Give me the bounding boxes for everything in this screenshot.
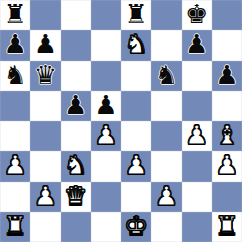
piece-black-pawn-h6: ♟ bbox=[215, 62, 238, 88]
chess-board-wrap: ♜♜♚♟♟♞♟♞♛♞♟♟♟♟♟♝♟♞♟♟♟♛♟♜♚♜ bbox=[0, 0, 242, 242]
piece-white-knight-e7: ♞ bbox=[124, 31, 147, 57]
square-h8[interactable] bbox=[212, 0, 242, 30]
piece-white-knight-c3: ♞ bbox=[64, 152, 87, 178]
square-a4[interactable] bbox=[0, 121, 30, 151]
square-c7[interactable] bbox=[61, 30, 91, 60]
square-h2[interactable] bbox=[212, 182, 242, 212]
square-f2[interactable]: ♟ bbox=[151, 182, 181, 212]
square-e1[interactable]: ♚ bbox=[121, 212, 151, 242]
piece-black-pawn-b7: ♟ bbox=[34, 31, 57, 57]
piece-white-king-e1: ♚ bbox=[124, 213, 147, 239]
square-a6[interactable]: ♞ bbox=[0, 61, 30, 91]
square-h7[interactable] bbox=[212, 30, 242, 60]
square-d6[interactable] bbox=[91, 61, 121, 91]
square-g3[interactable] bbox=[182, 151, 212, 181]
square-g2[interactable] bbox=[182, 182, 212, 212]
square-d2[interactable] bbox=[91, 182, 121, 212]
piece-white-rook-a1: ♜ bbox=[3, 213, 26, 239]
square-a8[interactable]: ♜ bbox=[0, 0, 30, 30]
square-c1[interactable] bbox=[61, 212, 91, 242]
piece-black-rook-a8: ♜ bbox=[3, 1, 26, 27]
square-d8[interactable] bbox=[91, 0, 121, 30]
piece-white-pawn-h3: ♟ bbox=[215, 152, 238, 178]
square-e3[interactable]: ♟ bbox=[121, 151, 151, 181]
square-g8[interactable]: ♚ bbox=[182, 0, 212, 30]
piece-black-king-g8: ♚ bbox=[185, 1, 208, 27]
square-b2[interactable]: ♟ bbox=[30, 182, 60, 212]
square-a2[interactable] bbox=[0, 182, 30, 212]
square-f6[interactable]: ♞ bbox=[151, 61, 181, 91]
square-e7[interactable]: ♞ bbox=[121, 30, 151, 60]
square-h3[interactable]: ♟ bbox=[212, 151, 242, 181]
square-b6[interactable]: ♛ bbox=[30, 61, 60, 91]
square-f7[interactable] bbox=[151, 30, 181, 60]
square-d1[interactable] bbox=[91, 212, 121, 242]
square-c4[interactable] bbox=[61, 121, 91, 151]
piece-white-pawn-g4: ♟ bbox=[185, 122, 208, 148]
square-f3[interactable] bbox=[151, 151, 181, 181]
square-a5[interactable] bbox=[0, 91, 30, 121]
square-e8[interactable]: ♜ bbox=[121, 0, 151, 30]
piece-white-pawn-f2: ♟ bbox=[155, 183, 178, 209]
piece-white-pawn-b2: ♟ bbox=[34, 183, 57, 209]
square-f4[interactable] bbox=[151, 121, 181, 151]
square-d4[interactable]: ♟ bbox=[91, 121, 121, 151]
square-b8[interactable] bbox=[30, 0, 60, 30]
square-d7[interactable] bbox=[91, 30, 121, 60]
piece-black-pawn-c5: ♟ bbox=[64, 92, 87, 118]
square-g7[interactable]: ♟ bbox=[182, 30, 212, 60]
square-d5[interactable]: ♟ bbox=[91, 91, 121, 121]
square-c3[interactable]: ♞ bbox=[61, 151, 91, 181]
chess-board: ♜♜♚♟♟♞♟♞♛♞♟♟♟♟♟♝♟♞♟♟♟♛♟♜♚♜ bbox=[0, 0, 242, 242]
square-b5[interactable] bbox=[30, 91, 60, 121]
square-h6[interactable]: ♟ bbox=[212, 61, 242, 91]
square-b7[interactable]: ♟ bbox=[30, 30, 60, 60]
square-c6[interactable] bbox=[61, 61, 91, 91]
square-a3[interactable]: ♟ bbox=[0, 151, 30, 181]
piece-black-queen-b6: ♛ bbox=[34, 62, 57, 88]
piece-white-pawn-a3: ♟ bbox=[3, 152, 26, 178]
piece-white-rook-h1: ♜ bbox=[215, 213, 238, 239]
piece-black-pawn-a7: ♟ bbox=[3, 31, 26, 57]
square-e5[interactable] bbox=[121, 91, 151, 121]
square-g4[interactable]: ♟ bbox=[182, 121, 212, 151]
piece-black-pawn-d5: ♟ bbox=[94, 92, 117, 118]
square-g1[interactable] bbox=[182, 212, 212, 242]
square-f5[interactable] bbox=[151, 91, 181, 121]
square-e2[interactable] bbox=[121, 182, 151, 212]
piece-white-queen-c2: ♛ bbox=[64, 183, 87, 209]
square-h5[interactable] bbox=[212, 91, 242, 121]
square-f1[interactable] bbox=[151, 212, 181, 242]
square-a7[interactable]: ♟ bbox=[0, 30, 30, 60]
square-g6[interactable] bbox=[182, 61, 212, 91]
square-b1[interactable] bbox=[30, 212, 60, 242]
square-f8[interactable] bbox=[151, 0, 181, 30]
square-e6[interactable] bbox=[121, 61, 151, 91]
square-b4[interactable] bbox=[30, 121, 60, 151]
square-h4[interactable]: ♝ bbox=[212, 121, 242, 151]
piece-white-pawn-e3: ♟ bbox=[124, 152, 147, 178]
piece-black-pawn-g7: ♟ bbox=[185, 31, 208, 57]
square-c8[interactable] bbox=[61, 0, 91, 30]
piece-black-rook-e8: ♜ bbox=[124, 1, 147, 27]
square-a1[interactable]: ♜ bbox=[0, 212, 30, 242]
square-b3[interactable] bbox=[30, 151, 60, 181]
square-h1[interactable]: ♜ bbox=[212, 212, 242, 242]
piece-black-knight-a6: ♞ bbox=[3, 62, 26, 88]
square-c2[interactable]: ♛ bbox=[61, 182, 91, 212]
piece-black-knight-f6: ♞ bbox=[155, 62, 178, 88]
square-e4[interactable] bbox=[121, 121, 151, 151]
piece-white-bishop-h4: ♝ bbox=[215, 122, 238, 148]
square-c5[interactable]: ♟ bbox=[61, 91, 91, 121]
square-d3[interactable] bbox=[91, 151, 121, 181]
piece-white-pawn-d4: ♟ bbox=[94, 122, 117, 148]
square-g5[interactable] bbox=[182, 91, 212, 121]
